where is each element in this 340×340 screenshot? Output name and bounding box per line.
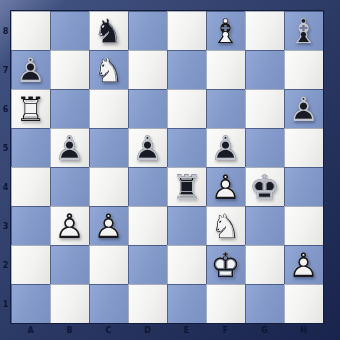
white-bishop[interactable]: ♝♗ [206,11,245,50]
square-c3[interactable]: ♟︎♙ [89,206,128,245]
square-g5[interactable] [245,128,284,167]
square-e5[interactable] [167,128,206,167]
white-king[interactable]: ♚♔ [206,245,245,284]
square-h3[interactable] [284,206,323,245]
chess-board-frame: ♞♘♝♗♝♗♟︎♙♞♘♜♖♟︎♙♟︎♙♟︎♙♟︎♙♜♖♟︎♙♚♔♟︎♙♟︎♙♞♘… [0,0,340,340]
square-g8[interactable] [245,11,284,50]
file-label-e: E [167,323,206,340]
square-h2[interactable]: ♟︎♙ [284,245,323,284]
piece-glyph-outline: ♗ [284,11,323,50]
square-e6[interactable] [167,89,206,128]
white-pawn[interactable]: ♟︎♙ [284,245,323,284]
square-g4[interactable]: ♚♔ [245,167,284,206]
piece-glyph-outline: ♙ [50,128,89,167]
piece-glyph-outline: ♙ [11,50,50,89]
file-label-h: H [284,323,323,340]
square-d8[interactable] [128,11,167,50]
square-c6[interactable] [89,89,128,128]
square-b4[interactable] [50,167,89,206]
square-d7[interactable] [128,50,167,89]
rank-label-5: 5 [0,128,11,167]
rank-label-1: 1 [0,284,11,323]
square-c8[interactable]: ♞♘ [89,11,128,50]
piece-glyph-outline: ♖ [167,167,206,206]
square-h6[interactable]: ♟︎♙ [284,89,323,128]
black-pawn[interactable]: ♟︎♙ [11,50,50,89]
black-pawn[interactable]: ♟︎♙ [284,89,323,128]
file-labels: ABCDEFGH [11,323,323,340]
piece-glyph-outline: ♙ [284,245,323,284]
square-c2[interactable] [89,245,128,284]
chess-board: ♞♘♝♗♝♗♟︎♙♞♘♜♖♟︎♙♟︎♙♟︎♙♟︎♙♜♖♟︎♙♚♔♟︎♙♟︎♙♞♘… [11,11,323,323]
square-f8[interactable]: ♝♗ [206,11,245,50]
square-b3[interactable]: ♟︎♙ [50,206,89,245]
file-label-d: D [128,323,167,340]
square-g3[interactable] [245,206,284,245]
square-f7[interactable] [206,50,245,89]
square-a3[interactable] [11,206,50,245]
rank-label-3: 3 [0,206,11,245]
square-h4[interactable] [284,167,323,206]
piece-glyph-outline: ♖ [11,89,50,128]
square-b2[interactable] [50,245,89,284]
square-f2[interactable]: ♚♔ [206,245,245,284]
square-a5[interactable] [11,128,50,167]
square-b5[interactable]: ♟︎♙ [50,128,89,167]
piece-glyph-outline: ♙ [206,167,245,206]
square-a2[interactable] [11,245,50,284]
square-h8[interactable]: ♝♗ [284,11,323,50]
square-h1[interactable] [284,284,323,323]
square-d3[interactable] [128,206,167,245]
piece-glyph-outline: ♘ [206,206,245,245]
square-c5[interactable] [89,128,128,167]
square-f1[interactable] [206,284,245,323]
white-rook[interactable]: ♜♖ [11,89,50,128]
square-a6[interactable]: ♜♖ [11,89,50,128]
file-label-b: B [50,323,89,340]
piece-glyph-outline: ♙ [128,128,167,167]
black-king[interactable]: ♚♔ [245,167,284,206]
square-e4[interactable]: ♜♖ [167,167,206,206]
file-label-g: G [245,323,284,340]
square-c4[interactable] [89,167,128,206]
square-f5[interactable]: ♟︎♙ [206,128,245,167]
square-g1[interactable] [245,284,284,323]
piece-glyph-outline: ♘ [89,11,128,50]
square-e1[interactable] [167,284,206,323]
square-a4[interactable] [11,167,50,206]
piece-glyph-outline: ♙ [50,206,89,245]
file-label-a: A [11,323,50,340]
square-d6[interactable] [128,89,167,128]
piece-glyph-outline: ♙ [206,128,245,167]
black-pawn[interactable]: ♟︎♙ [50,128,89,167]
square-b6[interactable] [50,89,89,128]
rank-label-8: 8 [0,11,11,50]
white-pawn[interactable]: ♟︎♙ [89,206,128,245]
square-f3[interactable]: ♞♘ [206,206,245,245]
file-label-c: C [89,323,128,340]
rank-label-2: 2 [0,245,11,284]
square-h5[interactable] [284,128,323,167]
square-g6[interactable] [245,89,284,128]
piece-glyph-outline: ♗ [206,11,245,50]
black-rook[interactable]: ♜♖ [167,167,206,206]
black-pawn[interactable]: ♟︎♙ [206,128,245,167]
square-c7[interactable]: ♞♘ [89,50,128,89]
black-pawn[interactable]: ♟︎♙ [128,128,167,167]
square-d2[interactable] [128,245,167,284]
square-f6[interactable] [206,89,245,128]
square-a8[interactable] [11,11,50,50]
white-pawn[interactable]: ♟︎♙ [206,167,245,206]
square-a1[interactable] [11,284,50,323]
rank-label-7: 7 [0,50,11,89]
square-e2[interactable] [167,245,206,284]
square-b8[interactable] [50,11,89,50]
square-a7[interactable]: ♟︎♙ [11,50,50,89]
rank-label-6: 6 [0,89,11,128]
square-h7[interactable] [284,50,323,89]
white-knight[interactable]: ♞♘ [206,206,245,245]
white-pawn[interactable]: ♟︎♙ [50,206,89,245]
piece-glyph-outline: ♘ [89,50,128,89]
square-c1[interactable] [89,284,128,323]
black-knight[interactable]: ♞♘ [89,11,128,50]
rank-label-4: 4 [0,167,11,206]
square-g7[interactable] [245,50,284,89]
piece-glyph-outline: ♙ [89,206,128,245]
square-e3[interactable] [167,206,206,245]
square-e7[interactable] [167,50,206,89]
white-knight[interactable]: ♞♘ [89,50,128,89]
piece-glyph-outline: ♔ [245,167,284,206]
square-d1[interactable] [128,284,167,323]
square-b1[interactable] [50,284,89,323]
square-g2[interactable] [245,245,284,284]
square-e8[interactable] [167,11,206,50]
piece-glyph-outline: ♙ [284,89,323,128]
black-bishop[interactable]: ♝♗ [284,11,323,50]
square-f4[interactable]: ♟︎♙ [206,167,245,206]
rank-labels: 87654321 [0,11,11,323]
file-label-f: F [206,323,245,340]
square-d5[interactable]: ♟︎♙ [128,128,167,167]
piece-glyph-outline: ♔ [206,245,245,284]
square-d4[interactable] [128,167,167,206]
square-b7[interactable] [50,50,89,89]
